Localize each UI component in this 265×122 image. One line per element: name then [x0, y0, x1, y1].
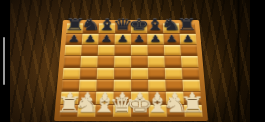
- square-e6[interactable]: [131, 45, 148, 55]
- square-c5[interactable]: [97, 56, 114, 67]
- square-a6[interactable]: [64, 45, 81, 55]
- square-h1[interactable]: ♜: [184, 105, 203, 117]
- chess-board[interactable]: ♜♞♝♛♚♝♞♜♟♟♟♟♟♟♟♟♟♟♟♟♟♟♟♟♜♞♝♛♚♝♞♜: [54, 20, 208, 121]
- square-d6[interactable]: [114, 45, 131, 55]
- square-e4[interactable]: [131, 68, 148, 79]
- square-f4[interactable]: [148, 68, 165, 79]
- square-b6[interactable]: [81, 45, 98, 55]
- square-h5[interactable]: [181, 56, 199, 67]
- square-g6[interactable]: [164, 45, 181, 55]
- square-h6[interactable]: [180, 45, 197, 55]
- home-indicator: [3, 37, 5, 85]
- square-c6[interactable]: [98, 45, 115, 55]
- square-h4[interactable]: [182, 68, 200, 79]
- square-g4[interactable]: [165, 68, 183, 79]
- square-d4[interactable]: [114, 68, 131, 79]
- app-screen: ♜♞♝♛♚♝♞♜♟♟♟♟♟♟♟♟♟♟♟♟♟♟♟♟♜♞♝♛♚♝♞♜: [0, 0, 265, 122]
- chess-board-grid[interactable]: ♜♞♝♛♚♝♞♜♟♟♟♟♟♟♟♟♟♟♟♟♟♟♟♟♜♞♝♛♚♝♞♜: [59, 23, 202, 116]
- letterbox-left: [0, 0, 10, 122]
- square-h7[interactable]: ♟: [180, 34, 197, 44]
- board-frame: ♜♞♝♛♚♝♞♜♟♟♟♟♟♟♟♟♟♟♟♟♟♟♟♟♜♞♝♛♚♝♞♜: [54, 20, 208, 121]
- square-f6[interactable]: [147, 45, 164, 55]
- square-e5[interactable]: [131, 56, 148, 67]
- square-b4[interactable]: [80, 68, 98, 79]
- square-a5[interactable]: [63, 56, 81, 67]
- square-a4[interactable]: [63, 68, 81, 79]
- square-c4[interactable]: [97, 68, 114, 79]
- square-f5[interactable]: [148, 56, 165, 67]
- square-d5[interactable]: [114, 56, 131, 67]
- square-b5[interactable]: [80, 56, 97, 67]
- letterbox-right: [250, 0, 265, 122]
- square-h8[interactable]: ♜: [179, 23, 196, 33]
- square-g5[interactable]: [164, 56, 181, 67]
